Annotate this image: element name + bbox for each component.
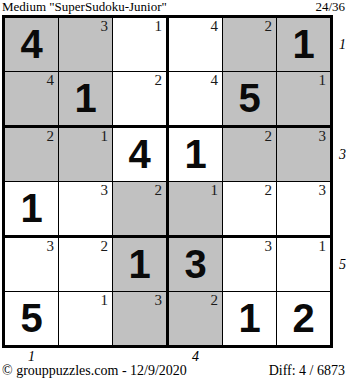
cell-r1c6[interactable]: 1 [277, 18, 330, 72]
cell-r2c1[interactable]: 4 [5, 72, 59, 128]
pencil-mark: 3 [101, 18, 109, 35]
cell-r1c3[interactable]: 1 [113, 18, 169, 72]
row-label-1: 1 [339, 36, 347, 54]
col-label-1: 1 [25, 349, 39, 364]
progress-counter: 24/36 [315, 0, 345, 14]
cell-r3c6[interactable]: 3 [277, 128, 330, 182]
cell-r6c5[interactable]: 1 [223, 292, 277, 345]
pencil-mark: 1 [101, 128, 109, 145]
cell-r1c2[interactable]: 3 [59, 18, 113, 72]
cell-r4c4[interactable]: 1 [169, 182, 223, 238]
cell-r1c1[interactable]: 4 [5, 18, 59, 72]
cell-r2c6[interactable]: 1 [277, 72, 330, 128]
difficulty-text: Diff: 4 / 6873 [269, 363, 345, 379]
given-digit: 1 [223, 292, 276, 345]
cell-r5c6[interactable]: 1 [277, 238, 330, 292]
cell-r2c3[interactable]: 2 [113, 72, 169, 128]
cell-r6c3[interactable]: 3 [113, 292, 169, 345]
pencil-mark: 2 [265, 182, 273, 199]
given-digit: 1 [169, 128, 222, 181]
pencil-mark: 1 [155, 18, 163, 35]
cell-r4c1[interactable]: 1 [5, 182, 59, 238]
cell-r5c5[interactable]: 3 [223, 238, 277, 292]
cell-r2c4[interactable]: 4 [169, 72, 223, 128]
pencil-mark: 1 [211, 182, 219, 199]
given-digit: 5 [5, 292, 58, 345]
header-bar: Medium "SuperSudoku-Junior" 24/36 [2, 0, 345, 14]
given-digit: 1 [113, 238, 166, 291]
cell-r3c2[interactable]: 1 [59, 128, 113, 182]
cell-r6c4[interactable]: 2 [169, 292, 223, 345]
row-label-5: 5 [339, 256, 347, 274]
cell-r4c3[interactable]: 2 [113, 182, 169, 238]
given-digit: 1 [5, 182, 58, 235]
row-label-3: 3 [339, 146, 347, 164]
cell-r6c6[interactable]: 2 [277, 292, 330, 345]
pencil-mark: 2 [47, 128, 55, 145]
pencil-mark: 3 [47, 238, 55, 255]
cell-r2c2[interactable]: 1 [59, 72, 113, 128]
pencil-mark: 4 [211, 18, 219, 35]
cell-r1c4[interactable]: 4 [169, 18, 223, 72]
given-digit: 2 [277, 292, 330, 345]
pencil-mark: 1 [319, 238, 327, 255]
pencil-mark: 3 [319, 182, 327, 199]
sudoku-board: 431421412451214123132123321331513212 [2, 15, 333, 348]
pencil-mark: 1 [319, 72, 327, 89]
given-digit: 5 [223, 72, 276, 125]
cell-r6c2[interactable]: 1 [59, 292, 113, 345]
cell-r3c5[interactable]: 2 [223, 128, 277, 182]
pencil-mark: 2 [265, 18, 273, 35]
pencil-mark: 1 [101, 292, 109, 309]
cell-r3c1[interactable]: 2 [5, 128, 59, 182]
cell-r5c1[interactable]: 3 [5, 238, 59, 292]
pencil-mark: 3 [101, 182, 109, 199]
cell-r6c1[interactable]: 5 [5, 292, 59, 345]
pencil-mark: 2 [155, 182, 163, 199]
cell-r4c6[interactable]: 3 [277, 182, 330, 238]
cell-r3c3[interactable]: 4 [113, 128, 169, 182]
given-digit: 4 [113, 128, 166, 181]
cell-r5c3[interactable]: 1 [113, 238, 169, 292]
cell-r5c4[interactable]: 3 [169, 238, 223, 292]
pencil-mark: 4 [211, 72, 219, 89]
pencil-mark: 4 [47, 72, 55, 89]
col-label-4: 4 [189, 349, 203, 364]
cell-r2c5[interactable]: 5 [223, 72, 277, 128]
pencil-mark: 2 [155, 72, 163, 89]
given-digit: 4 [5, 18, 58, 71]
pencil-mark: 2 [211, 292, 219, 309]
given-digit: 1 [59, 72, 112, 125]
pencil-mark: 3 [155, 292, 163, 309]
page-title: Medium "SuperSudoku-Junior" [2, 0, 167, 14]
cell-r4c5[interactable]: 2 [223, 182, 277, 238]
cell-r4c2[interactable]: 3 [59, 182, 113, 238]
board-area: 431421412451214123132123321331513212 135… [2, 15, 345, 363]
pencil-mark: 3 [319, 128, 327, 145]
given-digit: 1 [277, 18, 330, 71]
pencil-mark: 2 [265, 128, 273, 145]
cell-r3c4[interactable]: 1 [169, 128, 223, 182]
copyright-text: © grouppuzzles.com - 12/9/2020 [2, 363, 187, 379]
pencil-mark: 3 [265, 238, 273, 255]
cell-r1c5[interactable]: 2 [223, 18, 277, 72]
pencil-mark: 2 [101, 238, 109, 255]
footer-bar: © grouppuzzles.com - 12/9/2020 Diff: 4 /… [2, 363, 345, 379]
cell-r5c2[interactable]: 2 [59, 238, 113, 292]
given-digit: 3 [169, 238, 222, 291]
